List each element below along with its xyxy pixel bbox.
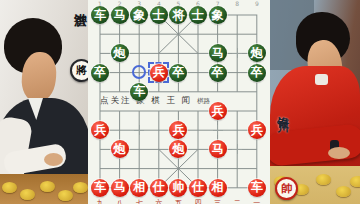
- piece-black-elephant-right[interactable]: 象: [209, 6, 227, 24]
- piece-black-pawn-i[interactable]: 卒: [248, 64, 266, 82]
- piece-black-chariot-right[interactable]: 车: [130, 83, 148, 101]
- coord-bottom-label: 七: [136, 198, 143, 204]
- piece-red-chariot-right[interactable]: 车: [248, 179, 266, 197]
- piece-red-elephant-left[interactable]: 相: [130, 179, 148, 197]
- black-side-badge: 將: [70, 59, 88, 82]
- right-player-photo: 许银川 帥: [270, 0, 360, 204]
- piece-red-horse-right[interactable]: 马: [209, 140, 227, 158]
- red-side-badge: 帥: [275, 177, 298, 200]
- red-player-name: 许银川: [276, 106, 289, 112]
- coord-bottom-label: 四: [195, 198, 202, 204]
- point-decoration-cross: [213, 125, 223, 135]
- coord-bottom-label: 五: [175, 198, 182, 204]
- piece-red-pawn-advanced[interactable]: 兵: [150, 64, 168, 82]
- coord-top-label: 9: [255, 0, 259, 7]
- xiangqi-broadcast-screenshot: 洪智 將: [0, 0, 360, 204]
- coord-bottom-label: 八: [116, 198, 123, 204]
- table-piece: [2, 182, 17, 193]
- point-decoration-cross: [232, 48, 242, 58]
- red-general-badge-glyph: 帥: [281, 181, 292, 196]
- piece-black-chariot-left[interactable]: 车: [91, 6, 109, 24]
- piece-red-advisor-left[interactable]: 仕: [150, 179, 168, 197]
- piece-red-advisor-right[interactable]: 仕: [189, 179, 207, 197]
- table-piece: [336, 186, 351, 197]
- coord-bottom-label: 六: [155, 198, 162, 204]
- coord-bottom-label: 三: [214, 198, 221, 204]
- table-piece: [350, 176, 360, 187]
- piece-black-advisor-left[interactable]: 士: [150, 6, 168, 24]
- piece-black-advisor-right[interactable]: 士: [189, 6, 207, 24]
- river-watermark: 点关注 象 棋 王 闻 棋路: [100, 95, 210, 107]
- last-move-origin-marker: [132, 65, 146, 79]
- coord-bottom-label: 九: [97, 198, 104, 204]
- piece-black-pawn-e[interactable]: 卒: [169, 64, 187, 82]
- coord-bottom-label: 二: [234, 198, 241, 204]
- piece-black-horse-right[interactable]: 马: [209, 44, 227, 62]
- table-piece: [58, 190, 73, 201]
- left-player-hand: [44, 153, 63, 166]
- left-player-photo: 洪智 將: [0, 0, 88, 204]
- piece-red-pawn-i[interactable]: 兵: [248, 121, 266, 139]
- piece-red-cannon-left[interactable]: 炮: [111, 140, 129, 158]
- point-decoration-cross: [232, 144, 242, 154]
- piece-red-pawn-g[interactable]: 兵: [209, 102, 227, 120]
- piece-red-chariot-left[interactable]: 车: [91, 179, 109, 197]
- right-player-hand: [328, 147, 350, 159]
- coord-bottom-label: 一: [253, 198, 260, 204]
- piece-black-horse-left[interactable]: 马: [111, 6, 129, 24]
- table-piece: [73, 182, 88, 193]
- board-panel: 点关注 象 棋 王 闻 棋路 123456789 九八七六五四三二一 车马象士将…: [88, 0, 270, 204]
- point-decoration-cross: [134, 125, 144, 135]
- right-player-collar: [315, 74, 328, 85]
- piece-red-elephant-right[interactable]: 相: [209, 179, 227, 197]
- coord-top-label: 8: [235, 0, 239, 7]
- black-player-name: 洪智: [73, 2, 87, 6]
- table-piece: [316, 174, 331, 185]
- table-piece: [20, 189, 35, 200]
- black-general-badge-glyph: 將: [76, 63, 87, 78]
- piece-black-pawn-g[interactable]: 卒: [209, 64, 227, 82]
- river-watermark-small: 棋路: [197, 97, 210, 105]
- piece-black-cannon-left[interactable]: 炮: [111, 44, 129, 62]
- table-piece: [40, 181, 55, 192]
- piece-black-pawn-a[interactable]: 卒: [91, 64, 109, 82]
- piece-red-horse-left[interactable]: 马: [111, 179, 129, 197]
